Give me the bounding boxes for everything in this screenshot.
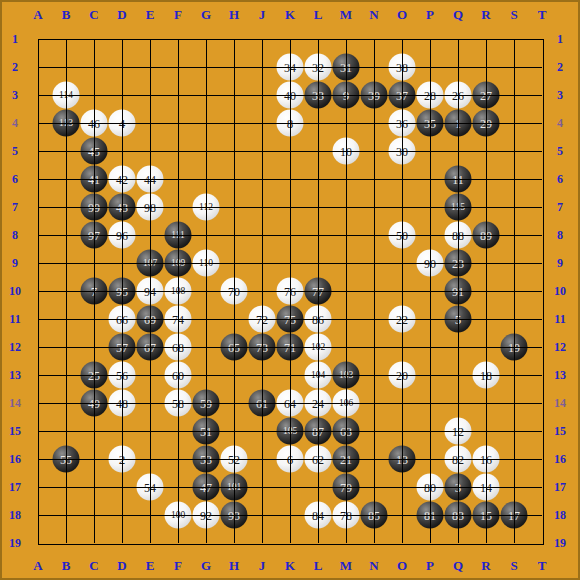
grid-line-horizontal — [38, 347, 542, 348]
row-label-left-6: 6 — [12, 173, 18, 185]
row-label-right-13: 13 — [554, 369, 566, 381]
row-label-left-12: 12 — [9, 341, 21, 353]
col-label-bottom-G: G — [201, 559, 211, 572]
col-label-bottom-O: O — [397, 559, 407, 572]
col-label-top-J: J — [259, 8, 266, 21]
col-label-top-R: R — [481, 8, 490, 21]
row-label-left-19: 19 — [9, 537, 21, 549]
col-label-top-H: H — [229, 8, 239, 21]
col-label-bottom-S: S — [510, 559, 517, 572]
col-label-bottom-A: A — [33, 559, 42, 572]
row-label-left-18: 18 — [9, 509, 21, 521]
row-label-right-8: 8 — [557, 229, 563, 241]
col-label-top-K: K — [285, 8, 295, 21]
col-label-bottom-P: P — [426, 559, 434, 572]
grid-line-vertical — [486, 39, 487, 543]
col-label-bottom-J: J — [259, 559, 266, 572]
grid-line-vertical — [430, 39, 431, 543]
row-label-left-1: 1 — [12, 33, 18, 45]
grid-line-vertical — [346, 39, 347, 543]
col-label-top-E: E — [146, 8, 155, 21]
col-label-bottom-F: F — [174, 559, 182, 572]
col-label-bottom-L: L — [314, 559, 323, 572]
row-label-right-14: 14 — [554, 397, 566, 409]
row-label-right-10: 10 — [554, 285, 566, 297]
grid-line-horizontal — [38, 403, 542, 404]
col-label-top-C: C — [89, 8, 98, 21]
row-label-right-9: 9 — [557, 257, 563, 269]
grid-line-vertical — [402, 39, 403, 543]
row-label-left-4: 4 — [12, 117, 18, 129]
col-label-bottom-D: D — [117, 559, 126, 572]
row-label-right-12: 12 — [554, 341, 566, 353]
row-label-right-4: 4 — [557, 117, 563, 129]
col-label-top-P: P — [426, 8, 434, 21]
row-label-left-16: 16 — [9, 453, 21, 465]
row-label-right-3: 3 — [557, 89, 563, 101]
row-label-left-17: 17 — [9, 481, 21, 493]
row-label-right-17: 17 — [554, 481, 566, 493]
col-label-bottom-K: K — [285, 559, 295, 572]
col-label-top-N: N — [369, 8, 378, 21]
col-label-bottom-E: E — [146, 559, 155, 572]
grid-line-vertical — [458, 39, 459, 543]
row-label-left-11: 11 — [9, 313, 20, 325]
row-label-left-14: 14 — [9, 397, 21, 409]
row-label-left-7: 7 — [12, 201, 18, 213]
col-label-bottom-Q: Q — [453, 559, 463, 572]
row-label-right-18: 18 — [554, 509, 566, 521]
col-label-bottom-H: H — [229, 559, 239, 572]
col-label-bottom-M: M — [340, 559, 352, 572]
row-label-right-5: 5 — [557, 145, 563, 157]
col-label-top-B: B — [62, 8, 71, 21]
col-label-top-Q: Q — [453, 8, 463, 21]
grid-line-vertical — [318, 39, 319, 543]
row-label-right-1: 1 — [557, 33, 563, 45]
row-label-right-7: 7 — [557, 201, 563, 213]
grid-line-vertical — [514, 39, 515, 543]
row-label-left-8: 8 — [12, 229, 18, 241]
row-label-right-16: 16 — [554, 453, 566, 465]
grid-line-vertical — [290, 39, 291, 543]
row-label-left-2: 2 — [12, 61, 18, 73]
row-label-left-13: 13 — [9, 369, 21, 381]
col-label-top-F: F — [174, 8, 182, 21]
col-label-top-A: A — [33, 8, 42, 21]
col-label-top-L: L — [314, 8, 323, 21]
col-label-top-T: T — [538, 8, 547, 21]
col-label-bottom-C: C — [89, 559, 98, 572]
col-label-bottom-T: T — [538, 559, 547, 572]
grid-line-horizontal — [38, 319, 542, 320]
row-label-right-6: 6 — [557, 173, 563, 185]
grid-line-vertical — [374, 39, 375, 543]
row-label-right-11: 11 — [554, 313, 565, 325]
col-label-top-M: M — [340, 8, 352, 21]
row-label-left-10: 10 — [9, 285, 21, 297]
col-label-top-S: S — [510, 8, 517, 21]
go-kifu-diagram: AABBCCDDEEFFGGHHJJKKLLMMNNOOPPQQRRSSTT11… — [0, 0, 580, 580]
row-label-left-5: 5 — [12, 145, 18, 157]
col-label-bottom-B: B — [62, 559, 71, 572]
row-label-right-19: 19 — [554, 537, 566, 549]
row-label-right-2: 2 — [557, 61, 563, 73]
grid-line-horizontal — [38, 515, 542, 516]
col-label-bottom-R: R — [481, 559, 490, 572]
grid-line-horizontal — [38, 459, 542, 460]
row-label-left-15: 15 — [9, 425, 21, 437]
row-label-left-9: 9 — [12, 257, 18, 269]
grid-line-horizontal — [38, 375, 542, 376]
grid-line-horizontal — [38, 487, 542, 488]
row-label-left-3: 3 — [12, 89, 18, 101]
row-label-right-15: 15 — [554, 425, 566, 437]
col-label-top-O: O — [397, 8, 407, 21]
col-label-bottom-N: N — [369, 559, 378, 572]
col-label-top-D: D — [117, 8, 126, 21]
grid-line-horizontal — [38, 431, 542, 432]
col-label-top-G: G — [201, 8, 211, 21]
